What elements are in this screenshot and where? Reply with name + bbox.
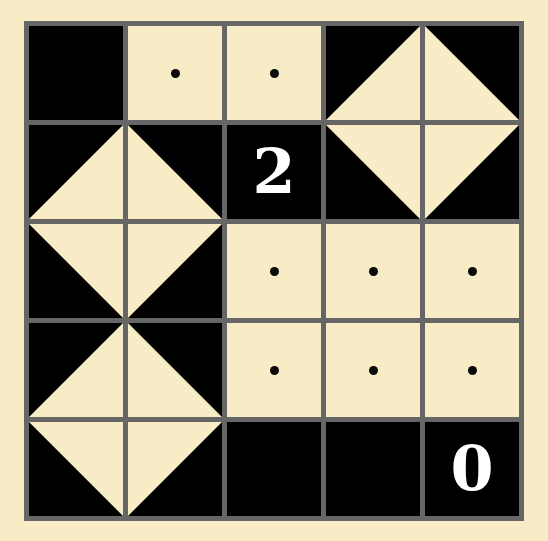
- cell-r3c2-tri-lr[interactable]: [128, 224, 222, 318]
- cell-r4c3-dot[interactable]: [227, 323, 321, 417]
- shakashaka-board: 20: [24, 21, 524, 521]
- cell-r3c5-dot[interactable]: [425, 224, 519, 318]
- cell-r1c2-dot[interactable]: [128, 26, 222, 120]
- cell-r2c4-tri-ll[interactable]: [326, 125, 420, 219]
- cell-r4c2-tri-ur[interactable]: [128, 323, 222, 417]
- cell-r1c3-dot[interactable]: [227, 26, 321, 120]
- cell-r3c4-dot[interactable]: [326, 224, 420, 318]
- cell-r4c4-dot[interactable]: [326, 323, 420, 417]
- dot-mark: [468, 267, 477, 276]
- cell-r2c3-black-2[interactable]: 2: [227, 125, 321, 219]
- dot-mark: [369, 366, 378, 375]
- dot-mark: [369, 267, 378, 276]
- dot-mark: [270, 69, 279, 78]
- cell-r5c1-tri-ll[interactable]: [29, 422, 123, 516]
- cell-r4c5-dot[interactable]: [425, 323, 519, 417]
- cell-r4c1-tri-ul[interactable]: [29, 323, 123, 417]
- dot-mark: [171, 69, 180, 78]
- clue-number: 0: [450, 438, 493, 500]
- cell-r5c4-black[interactable]: [326, 422, 420, 516]
- cell-r3c3-dot[interactable]: [227, 224, 321, 318]
- cell-r1c4-tri-ul[interactable]: [326, 26, 420, 120]
- cell-r2c5-tri-lr[interactable]: [425, 125, 519, 219]
- cell-r5c3-black[interactable]: [227, 422, 321, 516]
- cell-r5c2-tri-lr[interactable]: [128, 422, 222, 516]
- cell-r5c5-black-0[interactable]: 0: [425, 422, 519, 516]
- cell-r3c1-tri-ll[interactable]: [29, 224, 123, 318]
- dot-mark: [270, 366, 279, 375]
- cell-r1c5-tri-ur[interactable]: [425, 26, 519, 120]
- cell-r2c2-tri-ur[interactable]: [128, 125, 222, 219]
- cell-r1c1-black[interactable]: [29, 26, 123, 120]
- cell-r2c1-tri-ul[interactable]: [29, 125, 123, 219]
- dot-mark: [468, 366, 477, 375]
- clue-number: 2: [252, 141, 295, 203]
- dot-mark: [270, 267, 279, 276]
